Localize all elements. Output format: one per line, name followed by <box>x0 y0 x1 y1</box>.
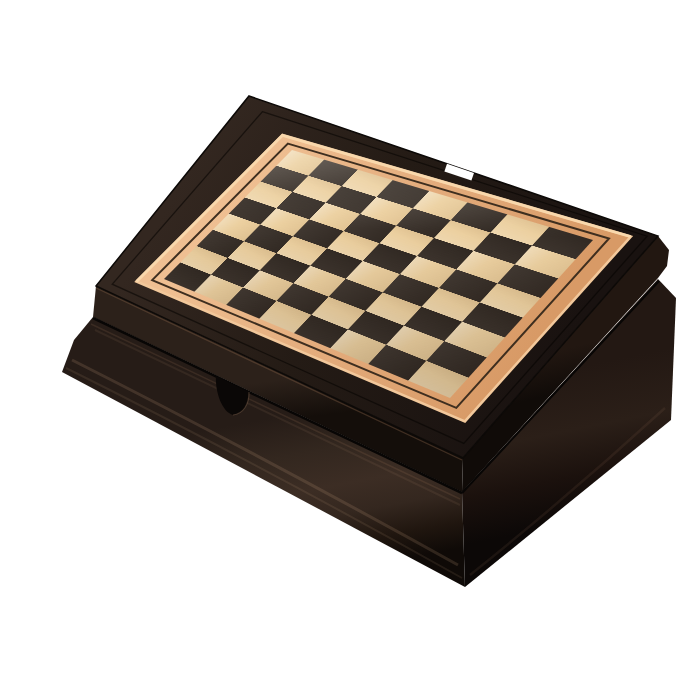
chess-box-photo <box>0 0 700 700</box>
